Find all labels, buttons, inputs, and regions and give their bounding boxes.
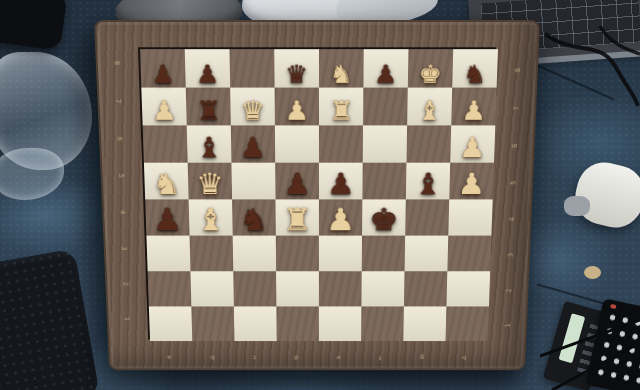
rank-label: 5 [117, 174, 125, 185]
square-a4: ♟ [145, 199, 189, 235]
power-cable-icon [540, 26, 640, 112]
piece-dark-bishop: ♝ [196, 134, 223, 162]
square-f6 [363, 125, 407, 162]
file-label: g [420, 351, 424, 361]
black-bag [0, 0, 68, 51]
piece-dark-pawn: ♟ [240, 134, 267, 162]
rank-label: 8 [514, 61, 522, 73]
square-f5 [362, 163, 406, 200]
square-g2 [404, 271, 447, 306]
square-h5: ♟ [449, 163, 494, 200]
piece-cream-bishop: ♝ [417, 98, 442, 124]
square-d4: ♜ [275, 199, 318, 235]
square-a6 [143, 125, 188, 162]
beige-object [584, 266, 601, 279]
square-f3 [362, 236, 405, 272]
piece-dark-pawn: ♟ [152, 204, 182, 235]
piece-dark-queen: ♛ [285, 62, 308, 87]
square-a1 [149, 306, 192, 341]
piece-cream-pawn: ♟ [284, 98, 309, 124]
square-f1 [361, 306, 404, 341]
chessboard: ♟♟♛♞♟♚♞♟♜♛♟♜♝♟♝♟♟♞♛♟♟♝♟♟♝♞♜♟♚ 87654321 8… [94, 20, 540, 370]
piece-cream-pawn: ♟ [457, 169, 486, 198]
square-d7: ♟ [275, 88, 319, 126]
square-e3 [319, 236, 362, 272]
square-c2 [233, 271, 276, 306]
square-c7: ♛ [230, 88, 275, 126]
square-g4 [405, 199, 449, 235]
square-c6: ♟ [231, 125, 275, 162]
square-h6: ♟ [450, 125, 495, 162]
square-e6 [319, 125, 363, 162]
square-b7: ♜ [186, 88, 231, 126]
file-label: d [294, 351, 298, 361]
square-d2 [276, 271, 319, 306]
piece-cream-bishop: ♝ [196, 204, 226, 235]
board-frame: ♟♟♛♞♟♚♞♟♜♛♟♜♝♟♝♟♟♞♛♟♟♝♟♟♝♞♜♟♚ 87654321 8… [94, 20, 540, 370]
file-labels-bottom: abcdefgh [148, 351, 485, 361]
square-a2 [148, 271, 192, 306]
square-f8: ♟ [363, 49, 408, 87]
square-d3 [276, 236, 319, 272]
piece-dark-pawn: ♟ [327, 169, 355, 198]
square-c4: ♞ [232, 199, 276, 235]
rank-label: 8 [113, 61, 121, 73]
piece-cream-rook: ♜ [283, 204, 312, 235]
rank-label: 3 [507, 246, 515, 257]
piece-dark-rook: ♜ [196, 98, 221, 124]
square-b5: ♛ [188, 163, 232, 200]
piece-cream-pawn: ♟ [326, 204, 355, 235]
square-g6 [406, 125, 451, 162]
square-c8 [229, 49, 274, 87]
piece-cream-pawn: ♟ [151, 98, 176, 124]
rank-label: 2 [121, 282, 129, 293]
square-f7 [363, 88, 408, 126]
square-h1 [445, 306, 488, 341]
rank-label: 2 [506, 282, 514, 293]
square-e1 [319, 306, 362, 341]
square-e5: ♟ [319, 163, 363, 200]
square-d5: ♟ [275, 163, 319, 200]
square-d8: ♛ [274, 49, 319, 87]
square-g5: ♝ [406, 163, 450, 200]
rank-label: 6 [511, 137, 519, 148]
square-c3 [233, 236, 276, 272]
square-e7: ♜ [319, 88, 363, 126]
square-f4: ♚ [362, 199, 406, 235]
rank-label: 5 [510, 174, 518, 185]
square-g1 [403, 306, 446, 341]
piece-cream-pawn: ♟ [459, 134, 486, 162]
roller-nub [564, 196, 590, 216]
square-e8: ♞ [319, 49, 364, 87]
cable-over-calculator [540, 298, 640, 390]
piece-dark-king: ♚ [369, 204, 399, 235]
board-grid: ♟♟♛♞♟♚♞♟♜♛♟♜♝♟♝♟♟♞♛♟♟♝♟♟♝♞♜♟♚ [138, 47, 496, 339]
file-label: c [252, 351, 256, 361]
square-e4: ♟ [319, 199, 362, 235]
square-b8: ♟ [185, 49, 230, 87]
square-d6 [275, 125, 319, 162]
rank-labels-right: 87654321 [502, 47, 525, 339]
file-label: f [379, 351, 381, 361]
rank-label: 3 [120, 246, 128, 257]
photo-scene: ♟♟♛♞♟♚♞♟♜♛♟♜♝♟♝♟♟♞♛♟♟♝♟♟♝♞♜♟♚ 87654321 8… [0, 0, 640, 390]
square-h7: ♟ [451, 88, 496, 126]
file-label: b [210, 351, 214, 361]
square-h8: ♞ [452, 49, 498, 87]
square-d1 [276, 306, 319, 341]
rank-labels-left: 87654321 [110, 47, 133, 339]
square-a7: ♟ [141, 88, 186, 126]
piece-dark-pawn: ♟ [283, 169, 311, 198]
rank-label: 1 [123, 317, 131, 327]
square-b1 [191, 306, 234, 341]
rank-label: 6 [116, 137, 124, 148]
square-h2 [446, 271, 490, 306]
square-b3 [190, 236, 234, 272]
piece-cream-pawn: ♟ [461, 98, 486, 124]
square-f2 [361, 271, 404, 306]
piece-dark-pawn: ♟ [374, 62, 397, 87]
square-c5 [231, 163, 275, 200]
piece-dark-bishop: ♝ [414, 169, 442, 198]
piece-dark-pawn: ♟ [196, 62, 220, 87]
piece-cream-knight: ♞ [330, 62, 353, 87]
rank-label: 1 [504, 317, 512, 327]
square-g8: ♚ [408, 49, 453, 87]
square-h4 [448, 199, 492, 235]
square-b4: ♝ [189, 199, 233, 235]
file-label: a [168, 351, 172, 361]
square-a8: ♟ [140, 49, 186, 87]
piece-cream-rook: ♜ [329, 98, 354, 124]
square-b6: ♝ [187, 125, 232, 162]
rank-label: 7 [114, 99, 122, 110]
rank-label: 4 [508, 210, 516, 221]
square-a5: ♞ [144, 163, 189, 200]
square-h3 [447, 236, 491, 272]
piece-cream-queen: ♛ [240, 98, 265, 124]
square-g3 [405, 236, 449, 272]
square-a3 [146, 236, 190, 272]
square-g7: ♝ [407, 88, 452, 126]
piece-dark-pawn: ♟ [151, 62, 175, 87]
piece-cream-queen: ♛ [196, 169, 224, 198]
file-label: e [337, 351, 341, 361]
piece-dark-knight: ♞ [463, 62, 487, 87]
square-b2 [190, 271, 233, 306]
piece-dark-knight: ♞ [239, 204, 269, 235]
square-e2 [319, 271, 362, 306]
rank-label: 7 [513, 99, 521, 110]
file-label: h [462, 351, 466, 361]
piece-cream-king: ♚ [419, 62, 443, 87]
piece-cream-knight: ♞ [152, 169, 181, 198]
square-c1 [234, 306, 277, 341]
rank-label: 4 [119, 210, 127, 221]
